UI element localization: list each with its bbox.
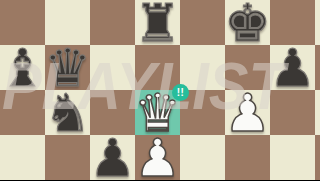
square-e6[interactable] <box>180 45 225 90</box>
black-knight: ♞ <box>44 87 91 139</box>
square-e4[interactable] <box>180 135 225 180</box>
square-g5[interactable] <box>270 90 315 135</box>
black-rook: ♜ <box>134 0 181 49</box>
square-f7[interactable]: ♚ <box>225 0 270 45</box>
square-d7[interactable]: ♜ <box>135 0 180 45</box>
brilliant-move-badge-text: !! <box>177 87 185 98</box>
black-bishop: ♝ <box>0 42 46 94</box>
square-h6[interactable] <box>315 45 320 90</box>
white-pawn: ♟ <box>224 87 271 139</box>
square-f5[interactable]: ♟ <box>225 90 270 135</box>
square-c4[interactable]: ♟ <box>90 135 135 180</box>
square-f4[interactable] <box>225 135 270 180</box>
white-pawn: ♟ <box>134 132 181 181</box>
square-g6[interactable]: ♟ <box>270 45 315 90</box>
square-b5[interactable]: ♞ <box>45 90 90 135</box>
chess-video-thumbnail: ♜♚♝♛♟♞♛♟♟♟ PLAYLIST !! <box>0 0 320 180</box>
black-pawn: ♟ <box>269 42 316 94</box>
square-a6[interactable]: ♝ <box>0 45 45 90</box>
square-e7[interactable] <box>180 0 225 45</box>
square-c6[interactable] <box>90 45 135 90</box>
square-b4[interactable] <box>45 135 90 180</box>
brilliant-move-badge: !! <box>172 84 189 101</box>
black-king: ♚ <box>224 0 271 49</box>
square-d4[interactable]: ♟ <box>135 135 180 180</box>
square-a5[interactable] <box>0 90 45 135</box>
square-h5[interactable] <box>315 90 320 135</box>
chess-board: ♜♚♝♛♟♞♛♟♟♟ <box>0 0 320 180</box>
square-c7[interactable] <box>90 0 135 45</box>
square-a4[interactable] <box>0 135 45 180</box>
square-h4[interactable] <box>315 135 320 180</box>
square-g4[interactable] <box>270 135 315 180</box>
black-pawn: ♟ <box>89 132 136 181</box>
